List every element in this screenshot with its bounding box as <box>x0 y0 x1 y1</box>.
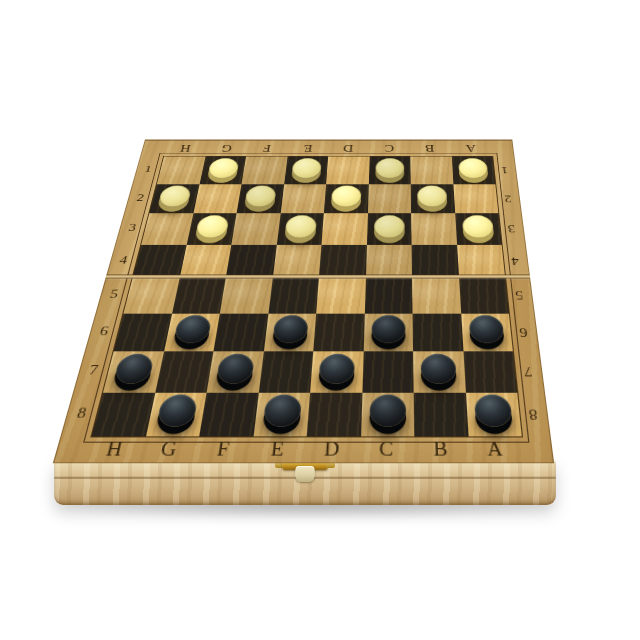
square-B6 <box>413 313 463 351</box>
file-label-top-F: F <box>246 141 289 154</box>
square-C1 <box>368 156 410 184</box>
square-C5 <box>364 278 412 314</box>
square-A1 <box>451 156 495 184</box>
checker-dark-B7 <box>421 354 457 384</box>
checker-dark-E8 <box>262 395 301 427</box>
checker-dark-G6 <box>173 315 212 343</box>
file-labels-top: HGFEDCBA <box>164 141 492 154</box>
file-label-bottom-G: G <box>139 437 198 461</box>
checker-dark-G8 <box>156 395 198 427</box>
checkers-board: HGFEDCBA 12345678 12345678 HGFEDCBA <box>53 140 554 464</box>
checker-dark-H7 <box>113 354 155 384</box>
checker-dark-F7 <box>216 354 255 384</box>
checker-light-C3 <box>374 215 405 238</box>
square-H5 <box>124 278 180 314</box>
checker-light-G3 <box>195 215 230 238</box>
square-F1 <box>241 156 287 184</box>
square-A7 <box>463 351 517 392</box>
file-labels-bottom: HGFEDCBA <box>84 437 523 461</box>
square-E5 <box>268 278 319 314</box>
square-F8 <box>199 392 258 436</box>
square-G1 <box>199 156 246 184</box>
checker-light-D2 <box>331 186 362 207</box>
square-A4 <box>457 244 506 277</box>
square-F5 <box>220 278 273 314</box>
file-label-bottom-H: H <box>84 437 144 461</box>
checker-dark-A6 <box>468 315 504 343</box>
square-A3 <box>455 213 502 244</box>
square-C6 <box>363 313 413 351</box>
checker-dark-A8 <box>474 395 513 427</box>
file-label-bottom-E: E <box>249 437 306 461</box>
product-photo-scene: HGFEDCBA 12345678 12345678 HGFEDCBA <box>0 0 640 640</box>
square-B2 <box>411 184 455 213</box>
square-A2 <box>453 184 498 213</box>
clasp-knob <box>296 466 315 482</box>
square-D5 <box>316 278 365 314</box>
square-D8 <box>307 392 362 436</box>
square-C8 <box>361 392 415 436</box>
square-F3 <box>231 213 280 244</box>
square-D1 <box>326 156 369 184</box>
checker-light-B2 <box>417 186 447 207</box>
square-H7 <box>103 351 163 392</box>
square-H6 <box>114 313 172 351</box>
rank-label-right-7: 7 <box>515 350 542 391</box>
square-D3 <box>321 213 367 244</box>
square-G2 <box>193 184 242 213</box>
file-label-top-C: C <box>368 141 409 154</box>
square-D6 <box>313 313 364 351</box>
square-E8 <box>253 392 310 436</box>
square-B1 <box>410 156 453 184</box>
square-H1 <box>157 156 205 184</box>
rank-label-right-2: 2 <box>497 183 519 212</box>
square-E2 <box>280 184 326 213</box>
square-F4 <box>226 244 277 277</box>
square-B3 <box>411 213 456 244</box>
board-fold-line <box>105 275 530 280</box>
folding-box-front-edge <box>54 460 556 505</box>
square-G4 <box>179 244 231 277</box>
file-label-bottom-B: B <box>413 437 468 461</box>
checker-light-G1 <box>207 158 239 178</box>
square-E6 <box>263 313 316 351</box>
checker-dark-C6 <box>371 315 405 343</box>
checker-light-E3 <box>284 215 317 238</box>
file-label-top-G: G <box>205 141 248 154</box>
file-label-top-E: E <box>286 141 328 154</box>
square-B8 <box>414 392 468 436</box>
square-D4 <box>319 244 367 277</box>
file-label-bottom-C: C <box>359 437 414 461</box>
checker-light-A1 <box>458 158 488 178</box>
square-F2 <box>237 184 284 213</box>
square-D7 <box>310 351 363 392</box>
square-C4 <box>365 244 412 277</box>
square-B5 <box>412 278 461 314</box>
rank-label-right-6: 6 <box>511 312 537 350</box>
square-G8 <box>145 392 206 436</box>
square-C3 <box>367 213 412 244</box>
rank-label-right-5: 5 <box>507 277 531 312</box>
rank-label-right-4: 4 <box>503 244 527 277</box>
checker-light-H2 <box>158 186 193 207</box>
checker-light-A3 <box>462 215 494 238</box>
checker-dark-E6 <box>272 315 308 343</box>
checker-dark-D7 <box>319 354 355 384</box>
square-A5 <box>459 278 509 314</box>
file-label-bottom-D: D <box>304 437 360 461</box>
square-H4 <box>133 244 187 277</box>
square-G7 <box>155 351 214 392</box>
square-A8 <box>465 392 521 436</box>
file-label-top-D: D <box>327 141 368 154</box>
square-C7 <box>362 351 414 392</box>
file-label-bottom-F: F <box>194 437 252 461</box>
square-H2 <box>149 184 199 213</box>
square-G5 <box>172 278 226 314</box>
rank-label-right-1: 1 <box>494 156 515 183</box>
square-E7 <box>258 351 313 392</box>
rank-label-right-8: 8 <box>519 391 547 435</box>
file-label-top-A: A <box>450 141 492 154</box>
square-E3 <box>276 213 323 244</box>
square-G3 <box>186 213 236 244</box>
square-A6 <box>461 313 513 351</box>
file-label-bottom-A: A <box>467 437 523 461</box>
square-H8 <box>92 392 155 436</box>
rank-label-right-3: 3 <box>500 213 523 244</box>
square-F7 <box>207 351 264 392</box>
square-E4 <box>272 244 321 277</box>
square-B4 <box>412 244 459 277</box>
checker-light-C1 <box>375 158 404 178</box>
square-F6 <box>213 313 268 351</box>
square-D2 <box>324 184 369 213</box>
checker-light-E1 <box>291 158 322 178</box>
square-G6 <box>164 313 220 351</box>
square-B7 <box>413 351 465 392</box>
board-grid <box>90 156 523 438</box>
checker-dark-C8 <box>369 395 406 427</box>
checker-light-F2 <box>244 186 277 207</box>
file-label-top-H: H <box>164 141 208 154</box>
square-E1 <box>284 156 328 184</box>
square-C2 <box>367 184 411 213</box>
file-label-top-B: B <box>409 141 450 154</box>
square-H3 <box>141 213 193 244</box>
